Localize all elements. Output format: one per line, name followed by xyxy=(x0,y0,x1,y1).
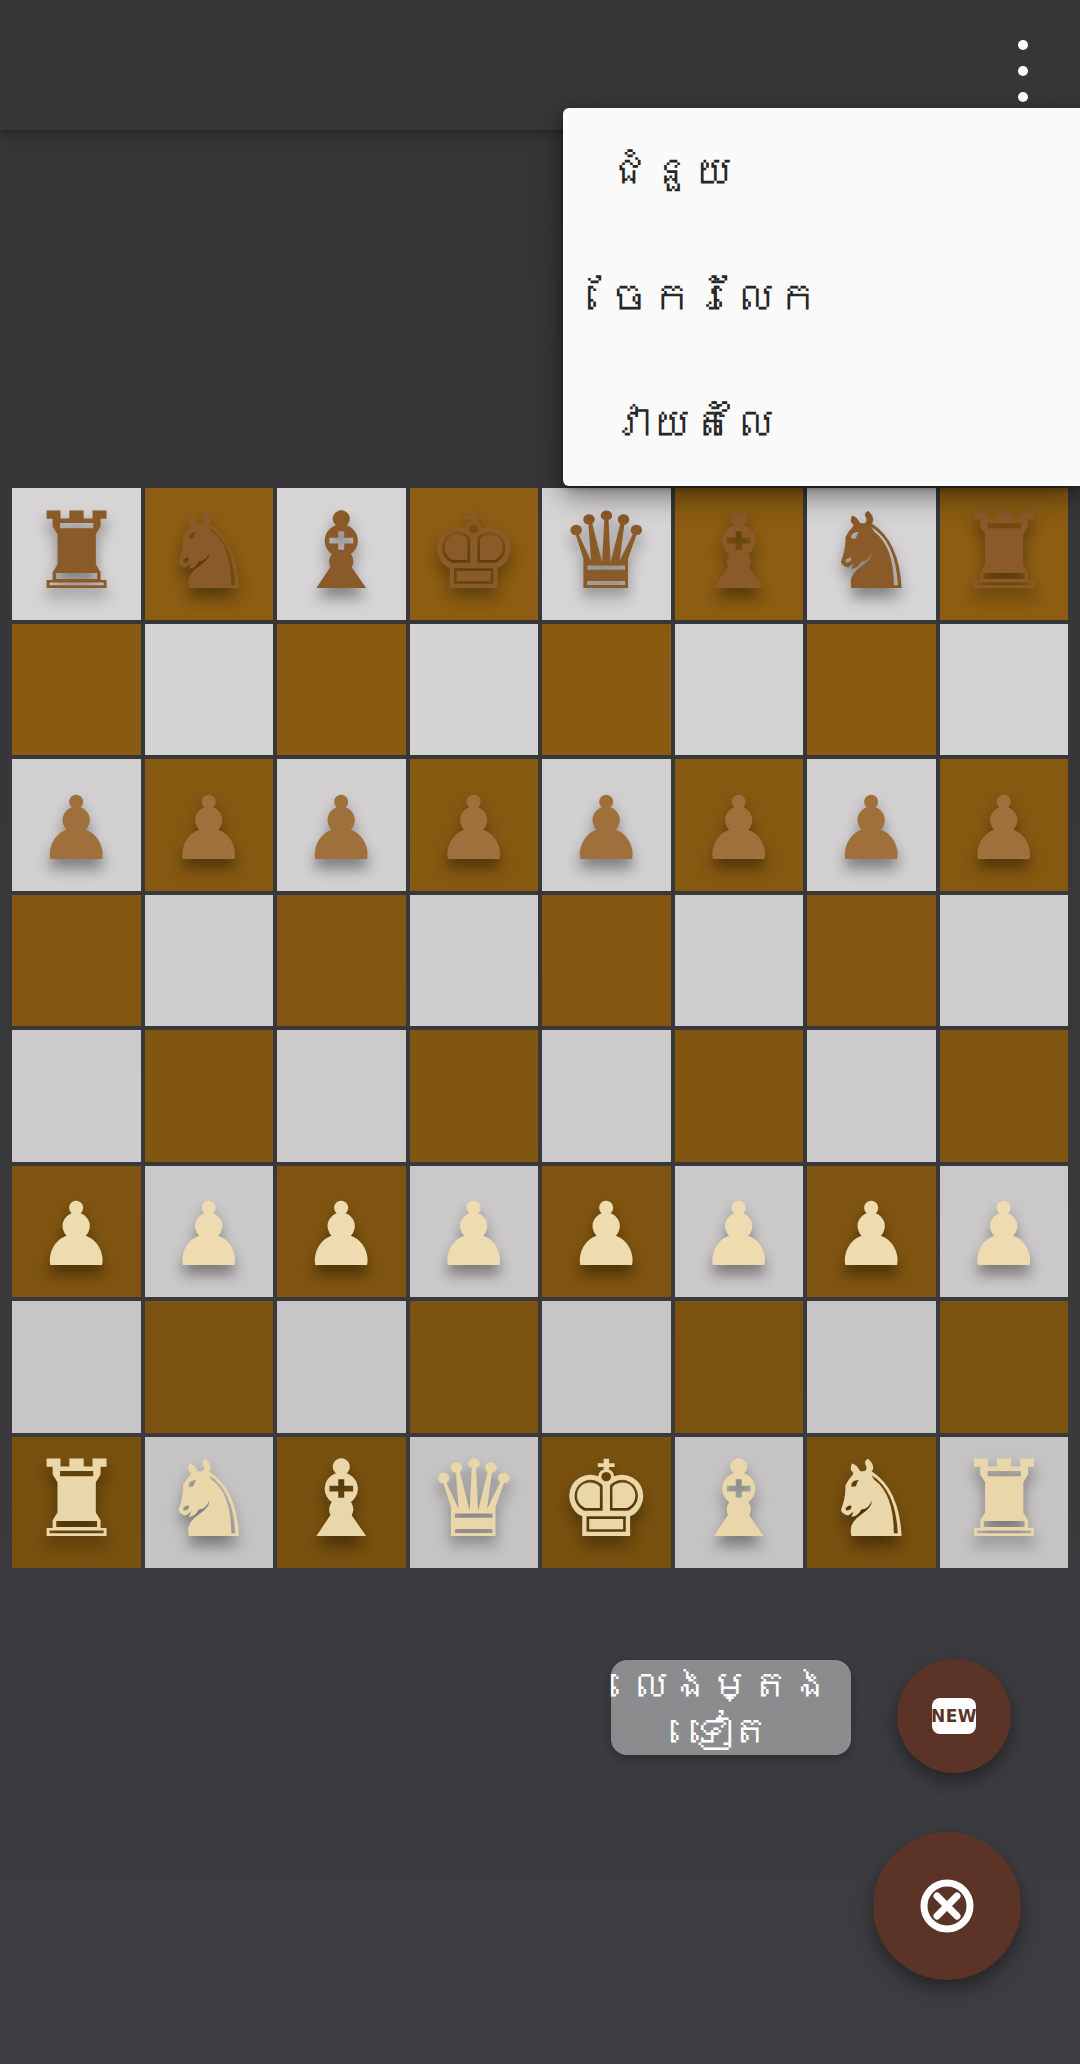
piece-black-bishop: ♝ xyxy=(691,499,786,605)
piece-black-knight: ♞ xyxy=(161,499,256,605)
piece-black-pawn: ♟ xyxy=(302,785,381,873)
piece-white-rook: ♜ xyxy=(29,1447,124,1553)
piece-white-knight: ♞ xyxy=(824,1447,919,1553)
square-b4[interactable] xyxy=(145,1030,274,1162)
ellipsis-dot xyxy=(1018,66,1028,76)
square-d4[interactable] xyxy=(410,1030,539,1162)
square-c8[interactable]: ♝ xyxy=(277,488,406,620)
piece-black-pawn: ♟ xyxy=(964,785,1043,873)
square-e4[interactable] xyxy=(542,1030,671,1162)
fiber-new-icon: NEW xyxy=(932,1698,976,1734)
square-h4[interactable] xyxy=(940,1030,1069,1162)
menu-item-share[interactable]: ចែករំលែក xyxy=(563,234,1080,360)
square-a3[interactable]: ♟ xyxy=(12,1166,141,1298)
square-e1[interactable]: ♚ xyxy=(542,1437,671,1569)
ellipsis-dot xyxy=(1018,40,1028,50)
square-a7[interactable] xyxy=(12,624,141,756)
piece-black-rook: ♜ xyxy=(956,499,1051,605)
square-g2[interactable] xyxy=(807,1301,936,1433)
square-a8[interactable]: ♜ xyxy=(12,488,141,620)
new-game-fab[interactable]: NEW xyxy=(897,1659,1011,1773)
square-f4[interactable] xyxy=(675,1030,804,1162)
piece-white-pawn: ♟ xyxy=(169,1191,248,1279)
piece-black-king: ♚ xyxy=(426,499,521,605)
ellipsis-dot xyxy=(1018,92,1028,102)
board: ♜♞♝♚♛♝♞♜♟♟♟♟♟♟♟♟♟♟♟♟♟♟♟♟♜♞♝♛♚♝♞♜ xyxy=(12,488,1068,1568)
square-c4[interactable] xyxy=(277,1030,406,1162)
square-a5[interactable] xyxy=(12,895,141,1027)
piece-black-pawn: ♟ xyxy=(567,785,646,873)
piece-white-rook: ♜ xyxy=(956,1447,1051,1553)
square-b3[interactable]: ♟ xyxy=(145,1166,274,1298)
square-h5[interactable] xyxy=(940,895,1069,1027)
square-d6[interactable]: ♟ xyxy=(410,759,539,891)
piece-black-pawn: ♟ xyxy=(434,785,513,873)
square-a6[interactable]: ♟ xyxy=(12,759,141,891)
square-d7[interactable] xyxy=(410,624,539,756)
square-e8[interactable]: ♛ xyxy=(542,488,671,620)
overflow-menu-icon[interactable] xyxy=(1012,40,1034,102)
square-f5[interactable] xyxy=(675,895,804,1027)
square-c7[interactable] xyxy=(277,624,406,756)
square-d2[interactable] xyxy=(410,1301,539,1433)
square-h1[interactable]: ♜ xyxy=(940,1437,1069,1569)
piece-black-rook: ♜ xyxy=(29,499,124,605)
square-f6[interactable]: ♟ xyxy=(675,759,804,891)
overflow-dropdown-menu: ជំនួយ ចែករំលែក វាយតំលៃ xyxy=(563,108,1080,486)
square-b2[interactable] xyxy=(145,1301,274,1433)
square-a2[interactable] xyxy=(12,1301,141,1433)
square-g7[interactable] xyxy=(807,624,936,756)
piece-white-knight: ♞ xyxy=(161,1447,256,1553)
square-g8[interactable]: ♞ xyxy=(807,488,936,620)
square-h2[interactable] xyxy=(940,1301,1069,1433)
square-e7[interactable] xyxy=(542,624,671,756)
piece-white-bishop: ♝ xyxy=(691,1447,786,1553)
piece-black-queen: ♛ xyxy=(559,499,654,605)
piece-white-pawn: ♟ xyxy=(699,1191,778,1279)
square-e3[interactable]: ♟ xyxy=(542,1166,671,1298)
square-f8[interactable]: ♝ xyxy=(675,488,804,620)
square-a4[interactable] xyxy=(12,1030,141,1162)
square-h6[interactable]: ♟ xyxy=(940,759,1069,891)
piece-white-pawn: ♟ xyxy=(302,1191,381,1279)
piece-black-pawn: ♟ xyxy=(832,785,911,873)
menu-item-rate[interactable]: វាយតំលៃ xyxy=(563,360,1080,486)
piece-black-pawn: ♟ xyxy=(169,785,248,873)
square-b5[interactable] xyxy=(145,895,274,1027)
square-c1[interactable]: ♝ xyxy=(277,1437,406,1569)
square-e5[interactable] xyxy=(542,895,671,1027)
square-f7[interactable] xyxy=(675,624,804,756)
square-e2[interactable] xyxy=(542,1301,671,1433)
piece-black-knight: ♞ xyxy=(824,499,919,605)
square-d1[interactable]: ♛ xyxy=(410,1437,539,1569)
piece-black-pawn: ♟ xyxy=(699,785,778,873)
square-f3[interactable]: ♟ xyxy=(675,1166,804,1298)
square-b1[interactable]: ♞ xyxy=(145,1437,274,1569)
square-g3[interactable]: ♟ xyxy=(807,1166,936,1298)
piece-white-king: ♚ xyxy=(559,1447,654,1553)
square-d8[interactable]: ♚ xyxy=(410,488,539,620)
app-screen: ♜♞♝♚♛♝♞♜♟♟♟♟♟♟♟♟♟♟♟♟♟♟♟♟♜♞♝♛♚♝♞♜ ជំនួយ ច… xyxy=(0,0,1080,2064)
square-b7[interactable] xyxy=(145,624,274,756)
square-g1[interactable]: ♞ xyxy=(807,1437,936,1569)
piece-white-bishop: ♝ xyxy=(294,1447,389,1553)
piece-white-pawn: ♟ xyxy=(964,1191,1043,1279)
square-h8[interactable]: ♜ xyxy=(940,488,1069,620)
circle-cross-icon xyxy=(918,1877,976,1935)
square-b6[interactable]: ♟ xyxy=(145,759,274,891)
square-c6[interactable]: ♟ xyxy=(277,759,406,891)
square-e6[interactable]: ♟ xyxy=(542,759,671,891)
square-g4[interactable] xyxy=(807,1030,936,1162)
play-again-button[interactable]: លេងម្តងទៀត xyxy=(611,1660,851,1755)
square-g5[interactable] xyxy=(807,895,936,1027)
menu-item-help[interactable]: ជំនួយ xyxy=(563,108,1080,234)
close-fab[interactable] xyxy=(873,1832,1021,1980)
square-d3[interactable]: ♟ xyxy=(410,1166,539,1298)
square-c5[interactable] xyxy=(277,895,406,1027)
square-f2[interactable] xyxy=(675,1301,804,1433)
piece-black-pawn: ♟ xyxy=(37,785,116,873)
piece-white-pawn: ♟ xyxy=(434,1191,513,1279)
square-g6[interactable]: ♟ xyxy=(807,759,936,891)
piece-white-pawn: ♟ xyxy=(567,1191,646,1279)
square-c2[interactable] xyxy=(277,1301,406,1433)
square-h3[interactable]: ♟ xyxy=(940,1166,1069,1298)
square-f1[interactable]: ♝ xyxy=(675,1437,804,1569)
piece-black-bishop: ♝ xyxy=(294,499,389,605)
piece-white-pawn: ♟ xyxy=(37,1191,116,1279)
square-b8[interactable]: ♞ xyxy=(145,488,274,620)
square-c3[interactable]: ♟ xyxy=(277,1166,406,1298)
square-d5[interactable] xyxy=(410,895,539,1027)
piece-white-pawn: ♟ xyxy=(832,1191,911,1279)
square-h7[interactable] xyxy=(940,624,1069,756)
piece-white-queen: ♛ xyxy=(426,1447,521,1553)
square-a1[interactable]: ♜ xyxy=(12,1437,141,1569)
